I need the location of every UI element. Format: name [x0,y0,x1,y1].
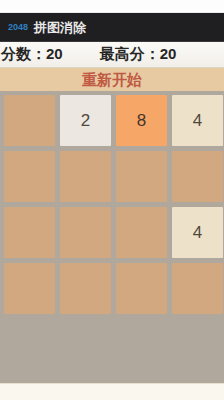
tile-4: 4 [172,95,223,146]
empty-cell [60,263,111,314]
best-score-label: 最高分： [100,45,160,64]
game-grid-4x4[interactable]: 2844 [0,91,224,314]
best-score-value: 20 [160,45,177,62]
score-group: 分数： 20 [1,45,63,64]
empty-cell [172,151,223,202]
restart-bar: 重新开始 [0,68,224,91]
empty-cell [116,263,167,314]
bottom-strip [0,383,224,400]
best-score-group: 最高分： 20 [100,45,177,64]
empty-cell [116,151,167,202]
app-logo-2048: 2048 [8,23,28,32]
restart-button[interactable]: 重新开始 [82,72,142,87]
tile-4: 4 [172,207,223,258]
score-label: 分数： [1,45,46,64]
empty-cell [172,263,223,314]
app-title: 拼图消除 [34,21,86,34]
empty-cell [4,263,55,314]
score-value: 20 [46,45,63,62]
empty-cell [60,151,111,202]
tile-8: 8 [116,95,167,146]
empty-cell [60,207,111,258]
board-area[interactable]: 2844 [0,91,224,383]
app-screen: 2048 拼图消除 分数： 20 最高分： 20 重新开始 2844 [0,0,224,400]
empty-cell [4,207,55,258]
score-bar: 分数： 20 最高分： 20 [0,42,224,68]
tile-2: 2 [60,95,111,146]
empty-cell [116,207,167,258]
title-bar: 2048 拼图消除 [0,13,224,42]
status-bar-area [0,0,224,13]
empty-cell [4,95,55,146]
empty-cell [4,151,55,202]
